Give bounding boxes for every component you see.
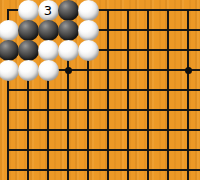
grid-line-vertical: [167, 9, 169, 180]
white-stone-move-3[interactable]: 3: [38, 0, 59, 21]
star-point: [65, 67, 72, 74]
grid-line-vertical: [127, 9, 129, 180]
white-stone[interactable]: [18, 60, 39, 81]
move-number-label: 3: [44, 4, 52, 17]
go-diagram: 3: [0, 0, 200, 180]
black-stone[interactable]: [58, 0, 79, 21]
black-stone[interactable]: [18, 40, 39, 61]
white-stone[interactable]: [38, 40, 59, 61]
grid-line-vertical: [107, 9, 109, 180]
grid-line-horizontal: [7, 109, 200, 111]
grid-line-vertical: [187, 9, 189, 180]
black-stone[interactable]: [38, 20, 59, 41]
star-point: [185, 67, 192, 74]
black-stone[interactable]: [18, 20, 39, 41]
white-stone[interactable]: [78, 40, 99, 61]
white-stone[interactable]: [78, 20, 99, 41]
grid-line-horizontal: [7, 169, 200, 171]
white-stone[interactable]: [0, 20, 19, 41]
white-stone[interactable]: [78, 0, 99, 21]
white-stone[interactable]: [0, 60, 19, 81]
white-stone[interactable]: [18, 0, 39, 21]
grid-line-horizontal: [7, 89, 200, 91]
white-stone[interactable]: [38, 60, 59, 81]
go-board[interactable]: 3: [0, 0, 200, 180]
black-stone[interactable]: [0, 40, 19, 61]
white-stone[interactable]: [58, 40, 79, 61]
grid-line-horizontal: [7, 129, 200, 131]
black-stone[interactable]: [58, 20, 79, 41]
grid-line-horizontal: [7, 149, 200, 151]
grid-line-vertical: [147, 9, 149, 180]
